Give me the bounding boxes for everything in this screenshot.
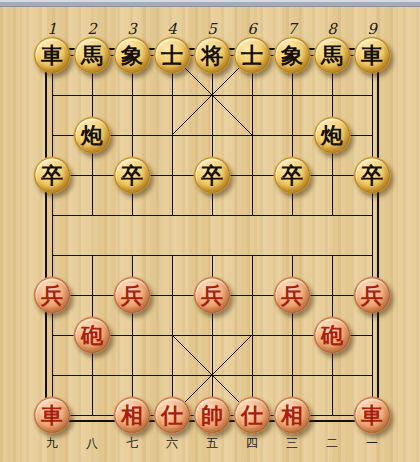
black-elephant-f3r1[interactable]: 象 (114, 37, 151, 74)
piece-glyph: 相 (281, 404, 303, 426)
file-label-top-1: 1 (47, 20, 57, 38)
black-elephant-f7r1[interactable]: 象 (274, 37, 311, 74)
piece-glyph: 象 (121, 44, 143, 66)
red-chariot-f1r10[interactable]: 車 (34, 397, 71, 434)
file-label-top-2: 2 (87, 20, 97, 38)
file-label-bottom-5: 五 (206, 435, 218, 452)
file-label-top-4: 4 (167, 20, 177, 38)
piece-glyph: 砲 (81, 324, 103, 346)
file-label-bottom-8: 二 (326, 435, 338, 452)
black-advisor-f4r1[interactable]: 士 (154, 37, 191, 74)
red-advisor-f4r10[interactable]: 仕 (154, 397, 191, 434)
piece-glyph: 砲 (321, 324, 343, 346)
black-chariot-f1r1[interactable]: 車 (34, 37, 71, 74)
piece-glyph: 炮 (321, 124, 343, 146)
piece-glyph: 帥 (201, 404, 223, 426)
black-cannon-f8r3[interactable]: 炮 (314, 117, 351, 154)
piece-glyph: 兵 (121, 284, 143, 306)
red-cannon-f2r8[interactable]: 砲 (74, 317, 111, 354)
file-label-bottom-6: 四 (246, 435, 258, 452)
file-label-bottom-7: 三 (286, 435, 298, 452)
piece-glyph: 卒 (361, 164, 383, 186)
black-cannon-f2r3[interactable]: 炮 (74, 117, 111, 154)
red-advisor-f6r10[interactable]: 仕 (234, 397, 271, 434)
piece-glyph: 卒 (41, 164, 63, 186)
black-horse-f8r1[interactable]: 馬 (314, 37, 351, 74)
file-label-bottom-9: 一 (366, 435, 378, 452)
file-label-top-8: 8 (327, 20, 337, 38)
piece-glyph: 車 (41, 404, 63, 426)
red-general-f5r10[interactable]: 帥 (194, 397, 231, 434)
piece-glyph: 馬 (321, 44, 343, 66)
piece-glyph: 卒 (201, 164, 223, 186)
black-horse-f2r1[interactable]: 馬 (74, 37, 111, 74)
piece-glyph: 相 (121, 404, 143, 426)
file-label-top-7: 7 (287, 20, 297, 38)
file-label-top-3: 3 (127, 20, 137, 38)
piece-glyph: 車 (41, 44, 63, 66)
file-label-bottom-1: 九 (46, 435, 58, 452)
black-soldier-f9r4[interactable]: 卒 (354, 157, 391, 194)
red-chariot-f9r10[interactable]: 車 (354, 397, 391, 434)
piece-glyph: 炮 (81, 124, 103, 146)
red-soldier-f7r7[interactable]: 兵 (274, 277, 311, 314)
piece-glyph: 将 (201, 44, 223, 66)
black-chariot-f9r1[interactable]: 車 (354, 37, 391, 74)
red-elephant-f7r10[interactable]: 相 (274, 397, 311, 434)
piece-glyph: 卒 (281, 164, 303, 186)
file-label-top-6: 6 (247, 20, 257, 38)
black-soldier-f3r4[interactable]: 卒 (114, 157, 151, 194)
piece-glyph: 車 (361, 44, 383, 66)
file-label-bottom-4: 六 (166, 435, 178, 452)
red-elephant-f3r10[interactable]: 相 (114, 397, 151, 434)
red-soldier-f3r7[interactable]: 兵 (114, 277, 151, 314)
piece-glyph: 象 (281, 44, 303, 66)
red-soldier-f1r7[interactable]: 兵 (34, 277, 71, 314)
black-soldier-f1r4[interactable]: 卒 (34, 157, 71, 194)
black-soldier-f5r4[interactable]: 卒 (194, 157, 231, 194)
file-label-bottom-3: 七 (126, 435, 138, 452)
file-label-top-5: 5 (207, 20, 217, 38)
piece-glyph: 仕 (161, 404, 183, 426)
piece-glyph: 車 (361, 404, 383, 426)
piece-glyph: 卒 (121, 164, 143, 186)
piece-glyph: 馬 (81, 44, 103, 66)
piece-glyph: 士 (241, 44, 263, 66)
piece-glyph: 兵 (281, 284, 303, 306)
black-soldier-f7r4[interactable]: 卒 (274, 157, 311, 194)
red-soldier-f5r7[interactable]: 兵 (194, 277, 231, 314)
xiangqi-board-surface[interactable]: 123456789 九八七六五四三二一 車馬象士将士象馬車炮炮卒卒卒卒卒兵兵兵兵… (0, 0, 420, 462)
piece-glyph: 兵 (41, 284, 63, 306)
piece-glyph: 仕 (241, 404, 263, 426)
piece-glyph: 兵 (361, 284, 383, 306)
file-label-top-9: 9 (367, 20, 377, 38)
piece-glyph: 士 (161, 44, 183, 66)
black-advisor-f6r1[interactable]: 士 (234, 37, 271, 74)
red-soldier-f9r7[interactable]: 兵 (354, 277, 391, 314)
piece-glyph: 兵 (201, 284, 223, 306)
file-label-bottom-2: 八 (86, 435, 98, 452)
black-general-f5r1[interactable]: 将 (194, 37, 231, 74)
red-cannon-f8r8[interactable]: 砲 (314, 317, 351, 354)
